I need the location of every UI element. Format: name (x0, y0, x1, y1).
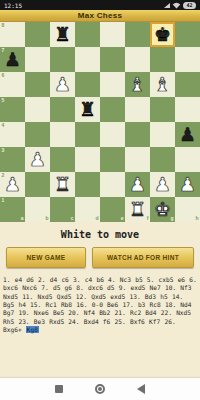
square-e1[interactable]: e (100, 197, 125, 222)
square-h8[interactable] (175, 22, 200, 47)
square-b6[interactable] (25, 72, 50, 97)
square-a2[interactable]: ♟2 (0, 172, 25, 197)
white-pawn: ♟ (150, 172, 175, 197)
square-g4[interactable] (150, 122, 175, 147)
white-pawn: ♟ (25, 147, 50, 172)
file-label-a: a (21, 216, 24, 221)
rank-label-2: 2 (2, 173, 5, 178)
square-e2[interactable] (100, 172, 125, 197)
square-h4[interactable]: ♟ (175, 122, 200, 147)
square-f4[interactable] (125, 122, 150, 147)
android-nav-bar (0, 378, 200, 400)
square-h3[interactable] (175, 147, 200, 172)
square-d4[interactable] (75, 122, 100, 147)
white-pawn: ♟ (50, 72, 75, 97)
square-d1[interactable]: d (75, 197, 100, 222)
square-h2[interactable]: ♟ (175, 172, 200, 197)
app-title: Max Chess (78, 11, 123, 20)
black-rook: ♜ (50, 22, 75, 47)
square-f3[interactable] (125, 147, 150, 172)
square-d8[interactable] (75, 22, 100, 47)
app-title-bar: Max Chess (0, 10, 200, 22)
square-h5[interactable] (175, 97, 200, 122)
square-d7[interactable] (75, 47, 100, 72)
current-move[interactable]: Kg8 (26, 326, 39, 333)
button-row: NEW GAME WATCH AD FOR HINT (0, 247, 200, 268)
square-a4[interactable]: 4 (0, 122, 25, 147)
square-f1[interactable]: ♜f (125, 197, 150, 222)
file-label-g: g (170, 216, 173, 221)
square-a1[interactable]: 1a (0, 197, 25, 222)
square-g8[interactable]: ♚ (150, 22, 175, 47)
square-f5[interactable] (125, 97, 150, 122)
black-pawn: ♟ (175, 122, 200, 147)
square-b5[interactable] (25, 97, 50, 122)
square-d6[interactable] (75, 72, 100, 97)
square-g1[interactable]: ♚g (150, 197, 175, 222)
file-label-f: f (147, 216, 149, 221)
square-f7[interactable] (125, 47, 150, 72)
signal-icon (164, 3, 170, 8)
square-e4[interactable] (100, 122, 125, 147)
square-h7[interactable] (175, 47, 200, 72)
home-icon[interactable] (95, 384, 105, 394)
square-a7[interactable]: ♟7 (0, 47, 25, 72)
square-b7[interactable] (25, 47, 50, 72)
square-c6[interactable]: ♟ (50, 72, 75, 97)
square-e3[interactable] (100, 147, 125, 172)
square-g7[interactable] (150, 47, 175, 72)
white-pawn: ♟ (175, 172, 200, 197)
square-c3[interactable] (50, 147, 75, 172)
square-b8[interactable] (25, 22, 50, 47)
square-a6[interactable]: 6 (0, 72, 25, 97)
square-c1[interactable]: c (50, 197, 75, 222)
square-g6[interactable]: ♝ (150, 72, 175, 97)
square-g5[interactable] (150, 97, 175, 122)
white-bishop: ♝ (125, 72, 150, 97)
black-king: ♚ (150, 22, 175, 47)
square-f2[interactable]: ♟ (125, 172, 150, 197)
square-a3[interactable]: 3 (0, 147, 25, 172)
wifi-icon (172, 2, 181, 9)
square-a8[interactable]: 8 (0, 22, 25, 47)
square-c4[interactable] (50, 122, 75, 147)
back-icon[interactable] (137, 384, 145, 394)
rank-label-6: 6 (2, 73, 5, 78)
rank-label-8: 8 (2, 23, 5, 28)
square-g2[interactable]: ♟ (150, 172, 175, 197)
rank-label-1: 1 (2, 198, 5, 203)
chess-board: 8♜♚♟76♟♝♝5♜4♟3♟♟2♜♟♟♟1abcde♜f♚gh (0, 22, 200, 222)
turn-indicator: White to move (0, 229, 200, 240)
white-pawn: ♟ (125, 172, 150, 197)
square-h6[interactable] (175, 72, 200, 97)
square-f8[interactable] (125, 22, 150, 47)
battery-icon: 42 (183, 2, 196, 9)
square-e6[interactable] (100, 72, 125, 97)
square-c7[interactable] (50, 47, 75, 72)
rank-label-7: 7 (2, 48, 5, 53)
square-c2[interactable]: ♜ (50, 172, 75, 197)
square-b3[interactable]: ♟ (25, 147, 50, 172)
status-bar: 12:15 42 (0, 0, 200, 10)
square-e5[interactable] (100, 97, 125, 122)
new-game-button[interactable]: NEW GAME (6, 247, 86, 268)
watch-ad-hint-button[interactable]: WATCH AD FOR HINT (92, 247, 194, 268)
rank-label-5: 5 (2, 98, 5, 103)
square-h1[interactable]: h (175, 197, 200, 222)
square-b4[interactable] (25, 122, 50, 147)
white-rook: ♜ (50, 172, 75, 197)
square-d5[interactable]: ♜ (75, 97, 100, 122)
black-rook: ♜ (75, 97, 100, 122)
square-f6[interactable]: ♝ (125, 72, 150, 97)
square-c8[interactable]: ♜ (50, 22, 75, 47)
square-e8[interactable] (100, 22, 125, 47)
square-d2[interactable] (75, 172, 100, 197)
moves-played: 1. e4 d6 2. d4 c6 3. c4 b6 4. Nc3 b5 5. … (3, 276, 197, 333)
file-label-h: h (195, 216, 198, 221)
square-g3[interactable] (150, 147, 175, 172)
square-b2[interactable] (25, 172, 50, 197)
square-c5[interactable] (50, 97, 75, 122)
square-d3[interactable] (75, 147, 100, 172)
file-label-e: e (121, 216, 124, 221)
white-bishop: ♝ (150, 72, 175, 97)
file-label-c: c (71, 216, 74, 221)
rank-label-4: 4 (2, 123, 5, 128)
square-a5[interactable]: 5 (0, 97, 25, 122)
recents-icon[interactable] (55, 385, 63, 393)
square-e7[interactable] (100, 47, 125, 72)
rank-label-3: 3 (2, 148, 5, 153)
file-label-d: d (95, 216, 98, 221)
move-list: 1. e4 d6 2. d4 c6 3. c4 b6 4. Nc3 b5 5. … (0, 276, 200, 335)
file-label-b: b (45, 216, 48, 221)
square-b1[interactable]: b (25, 197, 50, 222)
clock: 12:15 (4, 2, 22, 9)
